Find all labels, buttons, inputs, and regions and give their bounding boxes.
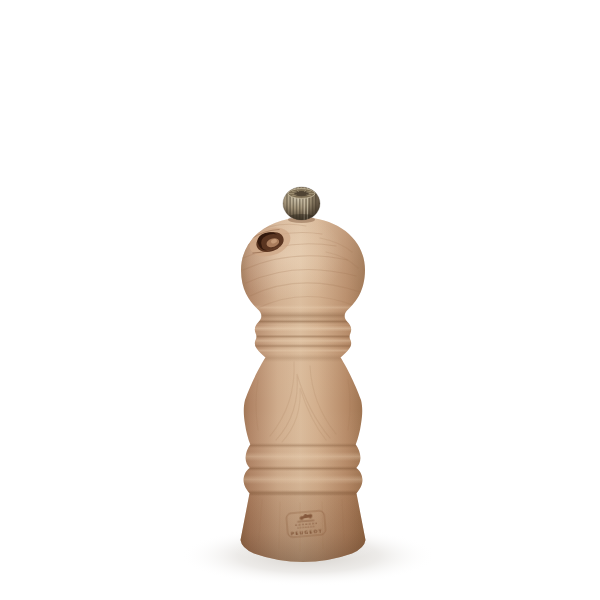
pepper-mill-illustration: PEUGEOT [0, 0, 600, 600]
product-photo: PEUGEOT [0, 0, 600, 600]
knob-top-center [294, 191, 309, 196]
mill-body: PEUGEOT [229, 210, 376, 570]
